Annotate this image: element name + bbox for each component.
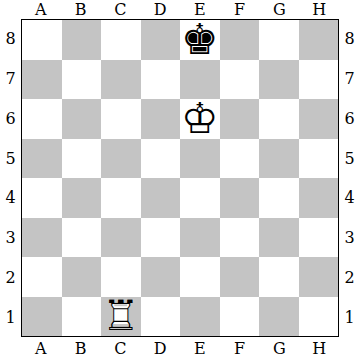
square-d3[interactable] <box>141 218 181 258</box>
square-f7[interactable] <box>220 60 260 100</box>
square-g1[interactable] <box>259 297 299 337</box>
square-g4[interactable] <box>259 178 299 218</box>
square-c8[interactable] <box>101 20 141 60</box>
square-f2[interactable] <box>220 257 260 297</box>
square-g3[interactable] <box>259 218 299 258</box>
black-king[interactable]: ♚ <box>180 20 220 60</box>
rank-label-8: 8 <box>0 19 21 59</box>
white-king-glyph: ♔ <box>180 99 220 139</box>
square-b2[interactable] <box>62 257 102 297</box>
white-king[interactable]: ♚♔ <box>180 99 220 139</box>
square-b6[interactable] <box>62 99 102 139</box>
rank-label-6: 6 <box>0 99 21 139</box>
square-f4[interactable] <box>220 178 260 218</box>
square-h8[interactable] <box>299 20 339 60</box>
rank-label-3: 3 <box>0 218 21 258</box>
white-rook-glyph: ♖ <box>101 297 141 337</box>
square-h3[interactable] <box>299 218 339 258</box>
square-b5[interactable] <box>62 139 102 179</box>
rank-label-5: 5 <box>0 138 21 178</box>
square-c3[interactable] <box>101 218 141 258</box>
rank-label-1: 1 <box>0 297 21 337</box>
rank-label-7: 7 <box>0 59 21 99</box>
square-d7[interactable] <box>141 60 181 100</box>
square-g7[interactable] <box>259 60 299 100</box>
square-a7[interactable] <box>22 60 62 100</box>
square-a2[interactable] <box>22 257 62 297</box>
square-h7[interactable] <box>299 60 339 100</box>
square-f8[interactable] <box>220 20 260 60</box>
square-a5[interactable] <box>22 139 62 179</box>
black-king-glyph: ♚ <box>180 20 220 60</box>
square-e2[interactable] <box>180 257 220 297</box>
rank-label-4: 4 <box>339 178 360 218</box>
square-c1[interactable]: ♜♖ <box>101 297 141 337</box>
file-label-h: H <box>299 337 339 360</box>
rank-labels-left: 87654321 <box>0 19 21 337</box>
square-g8[interactable] <box>259 20 299 60</box>
square-f5[interactable] <box>220 139 260 179</box>
square-g2[interactable] <box>259 257 299 297</box>
square-a8[interactable] <box>22 20 62 60</box>
square-b7[interactable] <box>62 60 102 100</box>
file-label-h: H <box>299 0 339 19</box>
square-e5[interactable] <box>180 139 220 179</box>
square-e8[interactable]: ♚ <box>180 20 220 60</box>
square-c5[interactable] <box>101 139 141 179</box>
rank-label-5: 5 <box>339 138 360 178</box>
square-a6[interactable] <box>22 99 62 139</box>
square-b1[interactable] <box>62 297 102 337</box>
square-g5[interactable] <box>259 139 299 179</box>
file-labels-bottom: ABCDEFGH <box>0 337 360 360</box>
square-e6[interactable]: ♚♔ <box>180 99 220 139</box>
square-a3[interactable] <box>22 218 62 258</box>
square-h2[interactable] <box>299 257 339 297</box>
file-label-c: C <box>101 337 141 360</box>
square-c6[interactable] <box>101 99 141 139</box>
file-label-e: E <box>180 337 220 360</box>
rank-label-8: 8 <box>339 19 360 59</box>
chess-board: ♚♚♔♜♖ <box>21 19 339 337</box>
file-label-b: B <box>61 0 101 19</box>
square-d2[interactable] <box>141 257 181 297</box>
rank-label-1: 1 <box>339 297 360 337</box>
file-label-b: B <box>61 337 101 360</box>
square-a4[interactable] <box>22 178 62 218</box>
square-f6[interactable] <box>220 99 260 139</box>
file-label-c: C <box>101 0 141 19</box>
square-h1[interactable] <box>299 297 339 337</box>
file-label-f: F <box>220 0 260 19</box>
square-c7[interactable] <box>101 60 141 100</box>
file-label-d: D <box>140 337 180 360</box>
square-d8[interactable] <box>141 20 181 60</box>
rank-label-6: 6 <box>339 99 360 139</box>
square-f3[interactable] <box>220 218 260 258</box>
white-rook[interactable]: ♜♖ <box>101 297 141 337</box>
rank-labels-right: 87654321 <box>339 19 360 337</box>
square-g6[interactable] <box>259 99 299 139</box>
square-a1[interactable] <box>22 297 62 337</box>
rank-label-4: 4 <box>0 178 21 218</box>
file-label-g: G <box>260 337 300 360</box>
square-c4[interactable] <box>101 178 141 218</box>
square-h5[interactable] <box>299 139 339 179</box>
square-d5[interactable] <box>141 139 181 179</box>
rank-label-7: 7 <box>339 59 360 99</box>
square-b3[interactable] <box>62 218 102 258</box>
square-e1[interactable] <box>180 297 220 337</box>
board-band: 87654321 ♚♚♔♜♖ 87654321 <box>0 19 360 337</box>
file-labels-top: ABCDEFGH <box>0 0 360 19</box>
square-b4[interactable] <box>62 178 102 218</box>
square-d4[interactable] <box>141 178 181 218</box>
file-label-f: F <box>220 337 260 360</box>
file-label-g: G <box>260 0 300 19</box>
square-d6[interactable] <box>141 99 181 139</box>
file-label-a: A <box>21 337 61 360</box>
rank-label-2: 2 <box>339 258 360 298</box>
chess-diagram: ABCDEFGH 87654321 ♚♚♔♜♖ 87654321 ABCDEFG… <box>0 0 360 360</box>
square-f1[interactable] <box>220 297 260 337</box>
square-b8[interactable] <box>62 20 102 60</box>
square-h4[interactable] <box>299 178 339 218</box>
rank-label-3: 3 <box>339 218 360 258</box>
square-e4[interactable] <box>180 178 220 218</box>
file-label-d: D <box>140 0 180 19</box>
square-h6[interactable] <box>299 99 339 139</box>
rank-label-2: 2 <box>0 258 21 298</box>
square-d1[interactable] <box>141 297 181 337</box>
file-label-a: A <box>21 0 61 19</box>
square-e3[interactable] <box>180 218 220 258</box>
